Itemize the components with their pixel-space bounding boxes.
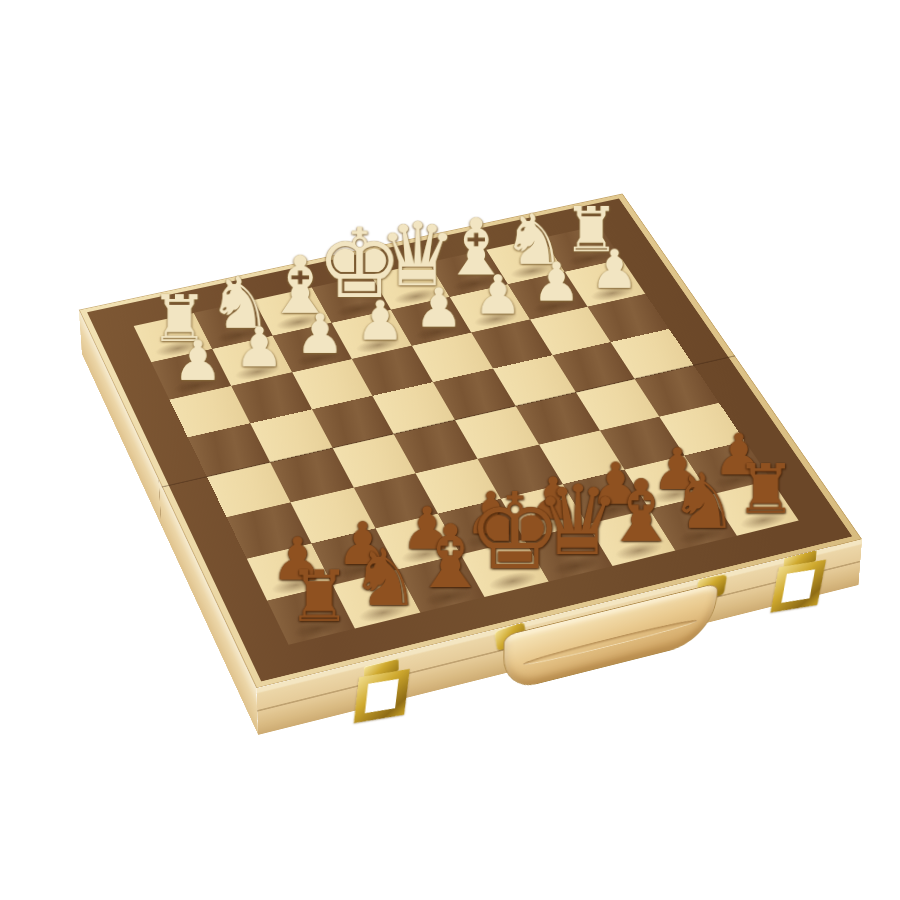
white-pawn: ♟	[415, 281, 464, 335]
clasp-hole	[365, 679, 399, 713]
white-pawn: ♟	[532, 255, 580, 309]
black-knight: ♞	[350, 537, 421, 616]
handle-groove	[523, 617, 696, 668]
white-pawn: ♟	[235, 320, 284, 375]
clasp-loop	[770, 560, 826, 613]
black-rook: ♜	[288, 561, 352, 632]
black-bishop: ♝	[411, 513, 489, 600]
scene: ♜♞♝♚♛♝♞♜♟♟♟♟♟♟♟♟♟♟♟♟♟♟♟♟♜♞♝♚♛♝♞♜	[0, 0, 900, 900]
chess-case: ♜♞♝♚♛♝♞♜♟♟♟♟♟♟♟♟♟♟♟♟♟♟♟♟♜♞♝♚♛♝♞♜	[79, 194, 862, 689]
clasp-loop	[354, 669, 410, 723]
white-pawn: ♟	[173, 333, 223, 388]
square-b5	[575, 379, 659, 431]
chess-board: ♜♞♝♚♛♝♞♜♟♟♟♟♟♟♟♟♟♟♟♟♟♟♟♟♜♞♝♚♛♝♞♜	[79, 194, 862, 689]
clasp-hole	[781, 569, 815, 603]
white-pawn: ♟	[295, 307, 344, 362]
white-pawn: ♟	[474, 268, 523, 322]
black-rook: ♜	[735, 456, 796, 524]
white-pawn: ♟	[355, 294, 404, 349]
product-photo: ♜♞♝♚♛♝♞♜♟♟♟♟♟♟♟♟♟♟♟♟♟♟♟♟♜♞♝♚♛♝♞♜	[0, 0, 900, 900]
white-pawn: ♟	[590, 243, 638, 297]
